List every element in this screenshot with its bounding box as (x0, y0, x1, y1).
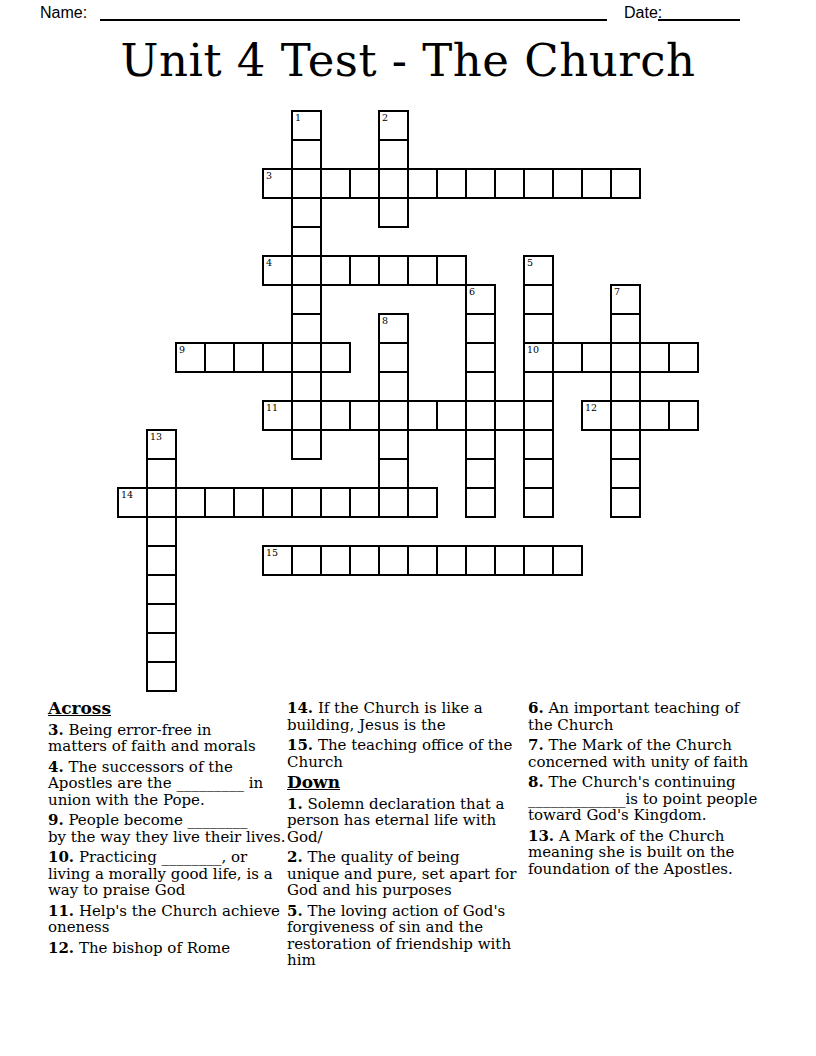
cell-r13-c6[interactable] (291, 487, 322, 518)
cell-r8-c18[interactable] (639, 342, 670, 373)
cell-r14-c1[interactable] (146, 516, 177, 547)
cell-r2-c10[interactable] (407, 168, 438, 199)
crossword-grid: 123456789101112131415 (117, 110, 699, 692)
clue-number-label: 11. (48, 902, 74, 920)
cell-r13-c17[interactable] (610, 487, 641, 518)
cell-r11-c14[interactable] (523, 429, 554, 460)
cell-r10-c18[interactable] (639, 400, 670, 431)
cell-r3-c6[interactable] (291, 197, 322, 228)
cell-r1-c9[interactable] (378, 139, 409, 170)
clue-15: 15. The teaching office of theChurch (287, 737, 527, 770)
cell-r2-c17[interactable] (610, 168, 641, 199)
cell-r8-c15[interactable] (552, 342, 583, 373)
cell-r6-c12[interactable]: 6 (465, 284, 496, 315)
clue-number-label: 13. (528, 827, 554, 845)
clue-number-7: 7 (614, 286, 620, 297)
clue-number-14: 14 (121, 489, 133, 500)
clue-number-2: 2 (382, 112, 388, 123)
clue-1: 1. Solemn declaration that aperson has e… (287, 796, 527, 846)
cell-r15-c9[interactable] (378, 545, 409, 576)
clue-14: 14. If the Church is like abuilding, Jes… (287, 700, 527, 733)
page-title: Unit 4 Test - The Church (0, 34, 816, 87)
cell-r15-c10[interactable] (407, 545, 438, 576)
cell-r8-c14[interactable]: 10 (523, 342, 554, 373)
clue-number-label: 2. (287, 848, 303, 866)
cell-r7-c6[interactable] (291, 313, 322, 344)
cell-r16-c1[interactable] (146, 574, 177, 605)
clue-number-label: 10. (48, 848, 74, 866)
cell-r8-c6[interactable] (291, 342, 322, 373)
cell-r5-c10[interactable] (407, 255, 438, 286)
cell-r2-c5[interactable]: 3 (262, 168, 293, 199)
clue-number-1: 1 (295, 112, 301, 123)
cell-r2-c6[interactable] (291, 168, 322, 199)
cell-r8-c2[interactable]: 9 (175, 342, 206, 373)
cell-r2-c8[interactable] (349, 168, 380, 199)
cell-r2-c12[interactable] (465, 168, 496, 199)
cell-r17-c1[interactable] (146, 603, 177, 634)
clue-number-label: 9. (48, 811, 64, 829)
cell-r10-c10[interactable] (407, 400, 438, 431)
clue-number-label: 15. (287, 736, 313, 754)
cell-r13-c8[interactable] (349, 487, 380, 518)
cell-r1-c6[interactable] (291, 139, 322, 170)
cell-r11-c6[interactable] (291, 429, 322, 460)
cell-r13-c0[interactable]: 14 (117, 487, 148, 518)
cell-r7-c12[interactable] (465, 313, 496, 344)
date-label: Date: (624, 4, 662, 22)
cell-r2-c16[interactable] (581, 168, 612, 199)
clue-9: 9. People become ________by the way they… (48, 812, 286, 845)
cell-r5-c11[interactable] (436, 255, 467, 286)
cell-r10-c12[interactable] (465, 400, 496, 431)
cell-r15-c14[interactable] (523, 545, 554, 576)
cell-r6-c14[interactable] (523, 284, 554, 315)
clue-number-11: 11 (266, 402, 278, 413)
cell-r5-c9[interactable] (378, 255, 409, 286)
clue-5: 5. The loving action of God'sforgiveness… (287, 903, 527, 969)
clue-number-label: 14. (287, 699, 313, 717)
cell-r15-c11[interactable] (436, 545, 467, 576)
cell-r10-c7[interactable] (320, 400, 351, 431)
cell-r5-c5[interactable]: 4 (262, 255, 293, 286)
clue-4: 4. The successors of theApostles are the… (48, 759, 286, 809)
cell-r18-c1[interactable] (146, 632, 177, 663)
cell-r10-c8[interactable] (349, 400, 380, 431)
clue-3: 3. Being error-free inmatters of faith a… (48, 722, 286, 755)
clue-6: 6. An important teaching ofthe Church (528, 700, 808, 733)
cell-r15-c7[interactable] (320, 545, 351, 576)
cell-r13-c5[interactable] (262, 487, 293, 518)
across-header: Across (48, 700, 286, 717)
cell-r8-c12[interactable] (465, 342, 496, 373)
cell-r0-c6[interactable]: 1 (291, 110, 322, 141)
name-blank-line[interactable] (100, 19, 607, 21)
clues-column-middle: 14. If the Church is like abuilding, Jes… (287, 700, 527, 973)
cell-r15-c13[interactable] (494, 545, 525, 576)
clue-number-6: 6 (469, 286, 475, 297)
cell-r2-c15[interactable] (552, 168, 583, 199)
clue-number-label: 1. (287, 795, 303, 813)
cell-r7-c17[interactable] (610, 313, 641, 344)
cell-r13-c14[interactable] (523, 487, 554, 518)
cell-r13-c9[interactable] (378, 487, 409, 518)
clue-number-10: 10 (527, 344, 539, 355)
cell-r5-c7[interactable] (320, 255, 351, 286)
cell-r3-c9[interactable] (378, 197, 409, 228)
clue-11: 11. Help's the Church achieveoneness (48, 903, 286, 936)
clue-number-12: 12 (585, 402, 597, 413)
clue-number-label: 4. (48, 758, 64, 776)
cell-r13-c4[interactable] (233, 487, 264, 518)
clue-number-15: 15 (266, 547, 278, 558)
cell-r10-c11[interactable] (436, 400, 467, 431)
cell-r11-c17[interactable] (610, 429, 641, 460)
cell-r10-c14[interactable] (523, 400, 554, 431)
cell-r9-c9[interactable] (378, 371, 409, 402)
cell-r10-c5[interactable]: 11 (262, 400, 293, 431)
cell-r12-c1[interactable] (146, 458, 177, 489)
cell-r13-c12[interactable] (465, 487, 496, 518)
cell-r8-c9[interactable] (378, 342, 409, 373)
cell-r15-c5[interactable]: 15 (262, 545, 293, 576)
clue-8: 8. The Church's continuing_____________i… (528, 774, 808, 824)
cell-r15-c12[interactable] (465, 545, 496, 576)
cell-r5-c6[interactable] (291, 255, 322, 286)
worksheet-page: Name: Date: Unit 4 Test - The Church 123… (0, 0, 816, 1056)
cell-r15-c1[interactable] (146, 545, 177, 576)
cell-r15-c15[interactable] (552, 545, 583, 576)
cell-r19-c1[interactable] (146, 661, 177, 692)
cell-r7-c14[interactable] (523, 313, 554, 344)
clue-number-label: 6. (528, 699, 544, 717)
clue-number-label: 3. (48, 721, 64, 739)
cell-r4-c6[interactable] (291, 226, 322, 257)
clue-number-label: 12. (48, 939, 74, 957)
cell-r6-c6[interactable] (291, 284, 322, 315)
cell-r5-c8[interactable] (349, 255, 380, 286)
cell-r13-c2[interactable] (175, 487, 206, 518)
cell-r8-c5[interactable] (262, 342, 293, 373)
cell-r8-c16[interactable] (581, 342, 612, 373)
down-header: Down (287, 774, 527, 791)
clue-12: 12. The bishop of Rome (48, 940, 286, 957)
cell-r9-c17[interactable] (610, 371, 641, 402)
cell-r10-c6[interactable] (291, 400, 322, 431)
cell-r8-c19[interactable] (668, 342, 699, 373)
clue-2: 2. The quality of beingunique and pure, … (287, 849, 527, 899)
cell-r9-c12[interactable] (465, 371, 496, 402)
cell-r13-c3[interactable] (204, 487, 235, 518)
cell-r9-c14[interactable] (523, 371, 554, 402)
cell-r7-c9[interactable]: 8 (378, 313, 409, 344)
cell-r10-c19[interactable] (668, 400, 699, 431)
cell-r15-c6[interactable] (291, 545, 322, 576)
cell-r15-c8[interactable] (349, 545, 380, 576)
cell-r8-c17[interactable] (610, 342, 641, 373)
clue-number-3: 3 (266, 170, 272, 181)
cell-r10-c16[interactable]: 12 (581, 400, 612, 431)
cell-r11-c12[interactable] (465, 429, 496, 460)
clue-number-9: 9 (179, 344, 185, 355)
cell-r2-c13[interactable] (494, 168, 525, 199)
cell-r8-c7[interactable] (320, 342, 351, 373)
cell-r8-c4[interactable] (233, 342, 264, 373)
clue-number-label: 5. (287, 902, 303, 920)
cell-r11-c9[interactable] (378, 429, 409, 460)
cell-r6-c17[interactable]: 7 (610, 284, 641, 315)
cell-r0-c9[interactable]: 2 (378, 110, 409, 141)
date-blank-line[interactable] (658, 19, 740, 21)
cell-r9-c6[interactable] (291, 371, 322, 402)
cell-r13-c1[interactable] (146, 487, 177, 518)
clue-7: 7. The Mark of the Churchconcerned with … (528, 737, 808, 770)
cell-r2-c9[interactable] (378, 168, 409, 199)
cell-r12-c12[interactable] (465, 458, 496, 489)
clue-number-5: 5 (527, 257, 533, 268)
cell-r2-c11[interactable] (436, 168, 467, 199)
clue-number-label: 8. (528, 773, 544, 791)
cell-r12-c9[interactable] (378, 458, 409, 489)
name-label: Name: (40, 4, 87, 22)
cell-r10-c17[interactable] (610, 400, 641, 431)
cell-r12-c14[interactable] (523, 458, 554, 489)
cell-r5-c14[interactable]: 5 (523, 255, 554, 286)
cell-r12-c17[interactable] (610, 458, 641, 489)
clue-number-8: 8 (382, 315, 388, 326)
cell-r8-c3[interactable] (204, 342, 235, 373)
cell-r10-c9[interactable] (378, 400, 409, 431)
clues-column-across: Across3. Being error-free inmatters of f… (48, 700, 286, 960)
clue-number-label: 7. (528, 736, 544, 754)
cell-r11-c1[interactable]: 13 (146, 429, 177, 460)
cell-r13-c7[interactable] (320, 487, 351, 518)
clue-number-4: 4 (266, 257, 272, 268)
clue-13: 13. A Mark of the Churchmeaning she is b… (528, 828, 808, 878)
cell-r2-c7[interactable] (320, 168, 351, 199)
cell-r2-c14[interactable] (523, 168, 554, 199)
clues-column-down: 6. An important teaching ofthe Church7. … (528, 700, 808, 881)
clue-10: 10. Practicing ________, orliving a mora… (48, 849, 286, 899)
cell-r13-c10[interactable] (407, 487, 438, 518)
clue-number-13: 13 (150, 431, 162, 442)
cell-r10-c13[interactable] (494, 400, 525, 431)
